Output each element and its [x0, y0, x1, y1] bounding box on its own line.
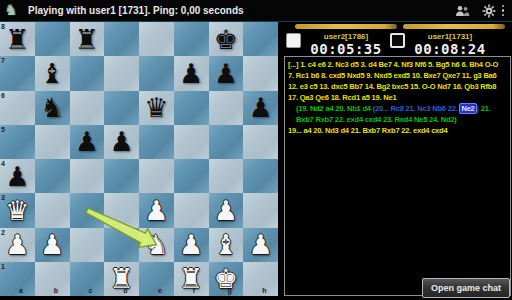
white-pawn-a2: ♟ [5, 231, 29, 258]
square-f7[interactable]: ♟ [174, 56, 209, 90]
square-d2[interactable] [104, 228, 139, 262]
rank-label-8: 8 [1, 23, 5, 30]
square-c7[interactable] [70, 56, 105, 90]
square-h2[interactable]: ♟ [243, 228, 278, 262]
square-g5[interactable] [209, 125, 244, 159]
square-h1[interactable] [243, 262, 278, 296]
settings-gear-icon[interactable] [476, 0, 502, 21]
black-clock-block: user1[1731] 00:08:24 [387, 31, 499, 57]
move-line: [...] 1. c4 e6 2. Nc3 d5 3. d4 Be7 4. Nf… [288, 59, 508, 70]
square-d5[interactable]: ♟ [104, 125, 139, 159]
square-c5[interactable]: ♟ [70, 125, 105, 159]
move-line: 19... a4 20. Nd3 d4 21. Bxb7 Rxb7 22. ex… [288, 125, 508, 136]
square-f2[interactable]: ♟ [174, 228, 209, 262]
square-c2[interactable] [70, 228, 105, 262]
square-b7[interactable]: ♝ [35, 56, 70, 90]
file-label-c: c [89, 287, 93, 294]
move-segment[interactable]: Bxb7 Rxb7 22. exd4 cxd4 23. Rxd4 Ne5 24.… [296, 115, 457, 124]
square-a6[interactable] [0, 91, 35, 125]
square-b8[interactable] [35, 22, 70, 56]
square-h7[interactable] [243, 56, 278, 90]
app-window: ♞ Playing with user1 [1731]. Ping: 0,00 … [0, 0, 512, 300]
black-player-name: user1[1731] [401, 32, 499, 41]
file-label-f: f [193, 287, 195, 294]
black-pawn-f7: ♟ [179, 60, 203, 87]
white-pawn-g3: ♟ [214, 197, 238, 224]
move-line: (19. Nd2 a4 20. Nb1 d4 (20... Rc8 21. Nc… [288, 103, 508, 114]
white-rook-f1: ♜ [179, 265, 203, 292]
square-d8[interactable] [104, 22, 139, 56]
black-rook-a8: ♜ [5, 26, 29, 53]
square-a5[interactable] [0, 125, 35, 159]
square-d3[interactable] [104, 193, 139, 227]
square-f5[interactable] [174, 125, 209, 159]
square-d7[interactable] [104, 56, 139, 90]
white-queen-a3: ♛ [5, 197, 29, 224]
square-f6[interactable] [174, 91, 209, 125]
square-a2[interactable]: ♟ [0, 228, 35, 262]
black-time-bar [403, 24, 505, 29]
white-pawn-f2: ♟ [179, 231, 203, 258]
white-king-g1: ♚ [214, 265, 238, 292]
square-c8[interactable]: ♜ [70, 22, 105, 56]
move-segment[interactable]: (19. Nd2 a4 20. Nb1 d4 [296, 104, 373, 113]
black-king-g8: ♚ [214, 26, 238, 53]
black-pawn-d5: ♟ [110, 128, 134, 155]
black-pawn-g7: ♟ [214, 60, 238, 87]
square-b4[interactable] [35, 159, 70, 193]
white-knight-e2: ♞ [144, 231, 168, 258]
square-h8[interactable] [243, 22, 278, 56]
black-queen-e6: ♛ [144, 94, 168, 121]
square-c6[interactable] [70, 91, 105, 125]
white-clock: 00:05:35 [297, 41, 395, 57]
move-segment[interactable]: (20... Rc8 21. Nc3 Nb6 22. [373, 104, 460, 113]
square-e5[interactable] [139, 125, 174, 159]
square-f1[interactable]: ♜ [174, 262, 209, 296]
black-rook-c8: ♜ [75, 26, 99, 53]
move-line: Bxb7 Rxb7 22. exd4 cxd4 23. Rxd4 Ne5 24.… [288, 114, 508, 125]
square-f4[interactable] [174, 159, 209, 193]
white-player-name: user2[1786] [297, 32, 395, 41]
white-pawn-h2: ♟ [249, 231, 273, 258]
top-action-bar: ♞ Playing with user1 [1731]. Ping: 0,00 … [0, 0, 512, 22]
rank-label-7: 7 [1, 57, 5, 64]
file-label-a: a [19, 287, 23, 294]
square-h6[interactable]: ♟ [243, 91, 278, 125]
square-g2[interactable]: ♝ [209, 228, 244, 262]
move-segment[interactable]: 17. Qa3 Qe6 18. Rcd1 a5 19. Ne1 [288, 93, 396, 102]
side-panel: user2[1786] 00:05:35 user1[1731] 00:08:2… [283, 22, 512, 300]
square-g4[interactable] [209, 159, 244, 193]
black-bishop-b7: ♝ [40, 60, 64, 87]
move-line: 17. Qa3 Qe6 18. Rcd1 a5 19. Ne1 [288, 92, 508, 103]
square-e4[interactable] [139, 159, 174, 193]
square-a8[interactable]: ♜ [0, 22, 35, 56]
overflow-menu-icon[interactable] [502, 5, 505, 17]
square-g1[interactable]: ♚ [209, 262, 244, 296]
square-e7[interactable] [139, 56, 174, 90]
square-a3[interactable]: ♛ [0, 193, 35, 227]
square-e2[interactable]: ♞ [139, 228, 174, 262]
move-list[interactable]: [...] 1. c4 e6 2. Nc3 d5 3. d4 Be7 4. Nf… [284, 56, 511, 296]
rank-label-3: 3 [1, 194, 5, 201]
square-g8[interactable]: ♚ [209, 22, 244, 56]
square-b6[interactable]: ♞ [35, 91, 70, 125]
black-knight-b6: ♞ [40, 94, 64, 121]
file-label-e: e [158, 287, 162, 294]
white-pawn-b2: ♟ [40, 231, 64, 258]
rank-label-4: 4 [1, 160, 5, 167]
rank-label-1: 1 [1, 263, 5, 270]
square-c3[interactable] [70, 193, 105, 227]
black-pawn-a4: ♟ [5, 163, 29, 190]
file-label-b: b [54, 287, 58, 294]
white-rook-d1: ♜ [110, 265, 134, 292]
status-title: Playing with user1 [1731]. Ping: 0,00 se… [28, 5, 450, 16]
square-e1[interactable] [139, 262, 174, 296]
move-segment[interactable]: 7. Rc1 b6 8. cxd5 Nxd5 9. Nxd5 exd5 10. … [288, 71, 497, 80]
square-b2[interactable]: ♟ [35, 228, 70, 262]
black-clock: 00:08:24 [401, 41, 499, 57]
square-a4[interactable]: ♟ [0, 159, 35, 193]
move-line: 7. Rc1 b6 8. cxd5 Nxd5 9. Nxd5 exd5 10. … [288, 70, 508, 81]
black-pawn-c5: ♟ [75, 128, 99, 155]
square-g6[interactable] [209, 91, 244, 125]
square-h3[interactable] [243, 193, 278, 227]
square-c1[interactable] [70, 262, 105, 296]
rank-label-6: 6 [1, 92, 5, 99]
file-label-g: g [228, 287, 232, 294]
rank-label-5: 5 [1, 126, 5, 133]
square-f3[interactable] [174, 193, 209, 227]
black-pawn-h6: ♟ [249, 94, 273, 121]
white-pawn-e3: ♟ [144, 197, 168, 224]
white-time-bar [295, 24, 397, 29]
move-segment[interactable]: 21. [479, 104, 491, 113]
square-h5[interactable] [243, 125, 278, 159]
square-b3[interactable] [35, 193, 70, 227]
square-g7[interactable]: ♟ [209, 56, 244, 90]
move-segment[interactable]: [...] 1. c4 e6 2. Nc3 d5 3. d4 Be7 4. Nf… [288, 60, 498, 69]
square-e3[interactable]: ♟ [139, 193, 174, 227]
square-d4[interactable] [104, 159, 139, 193]
square-f8[interactable] [174, 22, 209, 56]
file-label-d: d [123, 287, 127, 294]
file-label-h: h [262, 287, 266, 294]
white-clock-block: user2[1786] 00:05:35 [283, 31, 395, 57]
move-line: 12. e3 c5 13. dxc5 Bb7 14. Bg2 bxc5 15. … [288, 81, 508, 92]
rank-label-2: 2 [1, 229, 5, 236]
current-move[interactable]: Ne2 [459, 103, 476, 114]
square-e8[interactable] [139, 22, 174, 56]
square-b5[interactable] [35, 125, 70, 159]
square-g3[interactable]: ♟ [209, 193, 244, 227]
square-h4[interactable] [243, 159, 278, 193]
move-segment[interactable]: 19... a4 20. Nd3 d4 21. Bxb7 Rxb7 22. ex… [288, 126, 447, 135]
square-a7[interactable] [0, 56, 35, 90]
square-d1[interactable]: ♜ [104, 262, 139, 296]
open-game-chat-button[interactable]: Open game chat [422, 278, 510, 298]
board-grid: ♜♜♚♝♟♟♞♛♟♟♟♟♛♟♟♟♟♞♟♝♟♜♜♚ [0, 22, 278, 296]
app-knight-icon: ♞ [0, 0, 22, 21]
square-c4[interactable] [70, 159, 105, 193]
white-bishop-g2: ♝ [214, 231, 238, 258]
square-a1[interactable] [0, 262, 35, 296]
square-b1[interactable] [35, 262, 70, 296]
move-segment[interactable]: 12. e3 c5 13. dxc5 Bb7 14. Bg2 bxc5 15. … [288, 82, 496, 91]
square-d6[interactable] [104, 91, 139, 125]
players-icon[interactable] [450, 0, 476, 21]
square-e6[interactable]: ♛ [139, 91, 174, 125]
